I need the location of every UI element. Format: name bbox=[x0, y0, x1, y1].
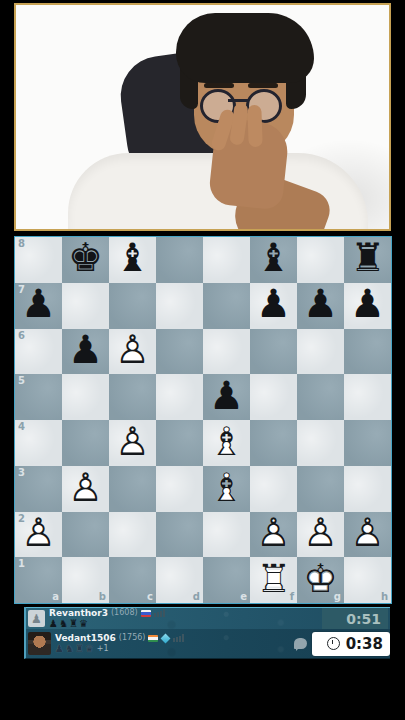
square-a6[interactable]: 6 bbox=[15, 329, 62, 375]
white-bishop-piece[interactable]: ♝♗ bbox=[203, 420, 250, 466]
avatar-bottom[interactable] bbox=[28, 632, 51, 655]
square-d6[interactable] bbox=[156, 329, 203, 375]
square-g6[interactable] bbox=[297, 329, 344, 375]
captured-pieces-bottom: ♟♞♜♛ bbox=[55, 643, 95, 654]
black-pawn-piece[interactable]: ♟ bbox=[250, 283, 297, 329]
square-c2[interactable] bbox=[109, 512, 156, 558]
square-a1[interactable]: 1a bbox=[15, 557, 62, 603]
streamer-eyebrow bbox=[204, 83, 234, 88]
rank-label: 1 bbox=[18, 559, 25, 569]
chat-bubble-icon[interactable] bbox=[294, 638, 307, 649]
square-d8[interactable] bbox=[156, 237, 203, 283]
square-g3[interactable] bbox=[297, 466, 344, 512]
square-f4[interactable] bbox=[250, 420, 297, 466]
square-c7[interactable] bbox=[109, 283, 156, 329]
captured-pieces-top: ♟♞♜♛ bbox=[49, 618, 89, 629]
file-label: h bbox=[381, 592, 388, 602]
clock-icon bbox=[327, 637, 340, 650]
square-c6[interactable]: ♟♙ bbox=[109, 329, 156, 375]
square-b2[interactable] bbox=[62, 512, 109, 558]
square-d7[interactable] bbox=[156, 283, 203, 329]
white-pawn-piece[interactable]: ♟♙ bbox=[15, 512, 62, 558]
square-a2[interactable]: 2♟♙ bbox=[15, 512, 62, 558]
white-pawn-piece[interactable]: ♟♙ bbox=[250, 512, 297, 558]
square-g7[interactable]: ♟ bbox=[297, 283, 344, 329]
square-d1[interactable]: d bbox=[156, 557, 203, 603]
black-pawn-piece[interactable]: ♟ bbox=[62, 329, 109, 375]
white-bishop-piece[interactable]: ♝♗ bbox=[203, 466, 250, 512]
streamer-finger bbox=[247, 105, 262, 147]
square-b3[interactable]: ♟♙ bbox=[62, 466, 109, 512]
black-pawn-piece[interactable]: ♟ bbox=[203, 374, 250, 420]
square-a7[interactable]: 7♟ bbox=[15, 283, 62, 329]
square-e5[interactable]: ♟ bbox=[203, 374, 250, 420]
square-h5[interactable] bbox=[344, 374, 391, 420]
square-h6[interactable] bbox=[344, 329, 391, 375]
square-e7[interactable] bbox=[203, 283, 250, 329]
square-c3[interactable] bbox=[109, 466, 156, 512]
white-king-piece[interactable]: ♚♔ bbox=[297, 557, 344, 603]
player-rating-top: (1608) bbox=[111, 608, 138, 618]
white-pawn-piece[interactable]: ♟♙ bbox=[297, 512, 344, 558]
file-label: e bbox=[240, 592, 247, 602]
white-rook-piece[interactable]: ♜♖ bbox=[250, 557, 297, 603]
streamer-eyebrow bbox=[248, 83, 278, 88]
rank-label: 3 bbox=[18, 468, 25, 478]
square-b5[interactable] bbox=[62, 374, 109, 420]
stream-frame: 8♚♝♝♜7♟♟♟♟6♟♟♙5♟4♟♙♝♗3♟♙♝♗2♟♙♟♙♟♙♟♙1abcd… bbox=[14, 0, 391, 659]
square-f6[interactable] bbox=[250, 329, 297, 375]
square-h8[interactable]: ♜ bbox=[344, 237, 391, 283]
square-b1[interactable]: b bbox=[62, 557, 109, 603]
player-bar-bottom: Vedant1506 (1756) ♟♞♜♛ +1 0:38 bbox=[26, 629, 390, 658]
square-f1[interactable]: f♜♖ bbox=[250, 557, 297, 603]
glasses-bridge bbox=[228, 99, 248, 102]
square-a3[interactable]: 3 bbox=[15, 466, 62, 512]
square-h1[interactable]: h bbox=[344, 557, 391, 603]
white-pawn-piece[interactable]: ♟♙ bbox=[109, 420, 156, 466]
square-b6[interactable]: ♟ bbox=[62, 329, 109, 375]
square-e8[interactable] bbox=[203, 237, 250, 283]
square-c1[interactable]: c bbox=[109, 557, 156, 603]
square-e2[interactable] bbox=[203, 512, 250, 558]
file-label: d bbox=[193, 592, 200, 602]
square-g2[interactable]: ♟♙ bbox=[297, 512, 344, 558]
square-e1[interactable]: e bbox=[203, 557, 250, 603]
square-c4[interactable]: ♟♙ bbox=[109, 420, 156, 466]
player-rating-bottom: (1756) bbox=[119, 633, 146, 643]
rank-label: 5 bbox=[18, 376, 25, 386]
square-a4[interactable]: 4 bbox=[15, 420, 62, 466]
square-b8[interactable]: ♚ bbox=[62, 237, 109, 283]
square-h3[interactable] bbox=[344, 466, 391, 512]
square-f8[interactable]: ♝ bbox=[250, 237, 297, 283]
player-name-bottom[interactable]: Vedant1506 bbox=[55, 633, 116, 643]
chess-board[interactable]: 8♚♝♝♜7♟♟♟♟6♟♟♙5♟4♟♙♝♗3♟♙♝♗2♟♙♟♙♟♙♟♙1abcd… bbox=[14, 236, 392, 604]
square-f7[interactable]: ♟ bbox=[250, 283, 297, 329]
player-bars: ♟ Revanthor3 (1608) ♟♞♜♛ 0:51 bbox=[24, 607, 390, 659]
avatar-top[interactable]: ♟ bbox=[28, 610, 45, 627]
signal-bars-icon bbox=[173, 634, 184, 642]
square-c5[interactable] bbox=[109, 374, 156, 420]
square-f3[interactable] bbox=[250, 466, 297, 512]
white-pawn-piece[interactable]: ♟♙ bbox=[344, 512, 391, 558]
material-advantage: +1 bbox=[97, 644, 109, 654]
flag-india-icon bbox=[148, 635, 158, 642]
flag-russia-icon bbox=[141, 610, 151, 617]
square-g5[interactable] bbox=[297, 374, 344, 420]
clock-top: 0:51 bbox=[322, 608, 388, 629]
player-name-top[interactable]: Revanthor3 bbox=[49, 608, 108, 618]
clock-bottom-active: 0:38 bbox=[312, 632, 390, 656]
square-a5[interactable]: 5 bbox=[15, 374, 62, 420]
rank-label: 6 bbox=[18, 331, 25, 341]
black-pawn-piece[interactable]: ♟ bbox=[297, 283, 344, 329]
square-d2[interactable] bbox=[156, 512, 203, 558]
white-pawn-piece[interactable]: ♟♙ bbox=[62, 466, 109, 512]
black-pawn-piece[interactable]: ♟ bbox=[15, 283, 62, 329]
file-label: c bbox=[147, 592, 153, 602]
square-b4[interactable] bbox=[62, 420, 109, 466]
square-h7[interactable]: ♟ bbox=[344, 283, 391, 329]
white-pawn-piece[interactable]: ♟♙ bbox=[109, 329, 156, 375]
square-d3[interactable] bbox=[156, 466, 203, 512]
square-h4[interactable] bbox=[344, 420, 391, 466]
rank-label: 8 bbox=[18, 239, 25, 249]
player-bar-top: ♟ Revanthor3 (1608) ♟♞♜♛ 0:51 bbox=[26, 607, 390, 629]
diamond-membership-icon bbox=[161, 633, 171, 643]
black-bishop-piece[interactable]: ♝ bbox=[109, 237, 156, 283]
file-label: b bbox=[99, 592, 106, 602]
square-b7[interactable] bbox=[62, 283, 109, 329]
signal-bars-icon bbox=[154, 609, 165, 617]
file-label: a bbox=[52, 592, 59, 602]
square-e3[interactable]: ♝♗ bbox=[203, 466, 250, 512]
streamer-hair bbox=[176, 13, 314, 83]
rank-label: 4 bbox=[18, 422, 25, 432]
square-g4[interactable] bbox=[297, 420, 344, 466]
square-e6[interactable] bbox=[203, 329, 250, 375]
black-pawn-piece[interactable]: ♟ bbox=[344, 283, 391, 329]
square-g1[interactable]: g♚♔ bbox=[297, 557, 344, 603]
black-bishop-piece[interactable]: ♝ bbox=[250, 237, 297, 283]
square-c8[interactable]: ♝ bbox=[109, 237, 156, 283]
square-f2[interactable]: ♟♙ bbox=[250, 512, 297, 558]
black-king-piece[interactable]: ♚ bbox=[62, 237, 109, 283]
square-f5[interactable] bbox=[250, 374, 297, 420]
square-e4[interactable]: ♝♗ bbox=[203, 420, 250, 466]
streamer-webcam bbox=[14, 3, 391, 231]
square-g8[interactable] bbox=[297, 237, 344, 283]
black-rook-piece[interactable]: ♜ bbox=[344, 237, 391, 283]
square-d5[interactable] bbox=[156, 374, 203, 420]
square-a8[interactable]: 8 bbox=[15, 237, 62, 283]
square-d4[interactable] bbox=[156, 420, 203, 466]
square-h2[interactable]: ♟♙ bbox=[344, 512, 391, 558]
